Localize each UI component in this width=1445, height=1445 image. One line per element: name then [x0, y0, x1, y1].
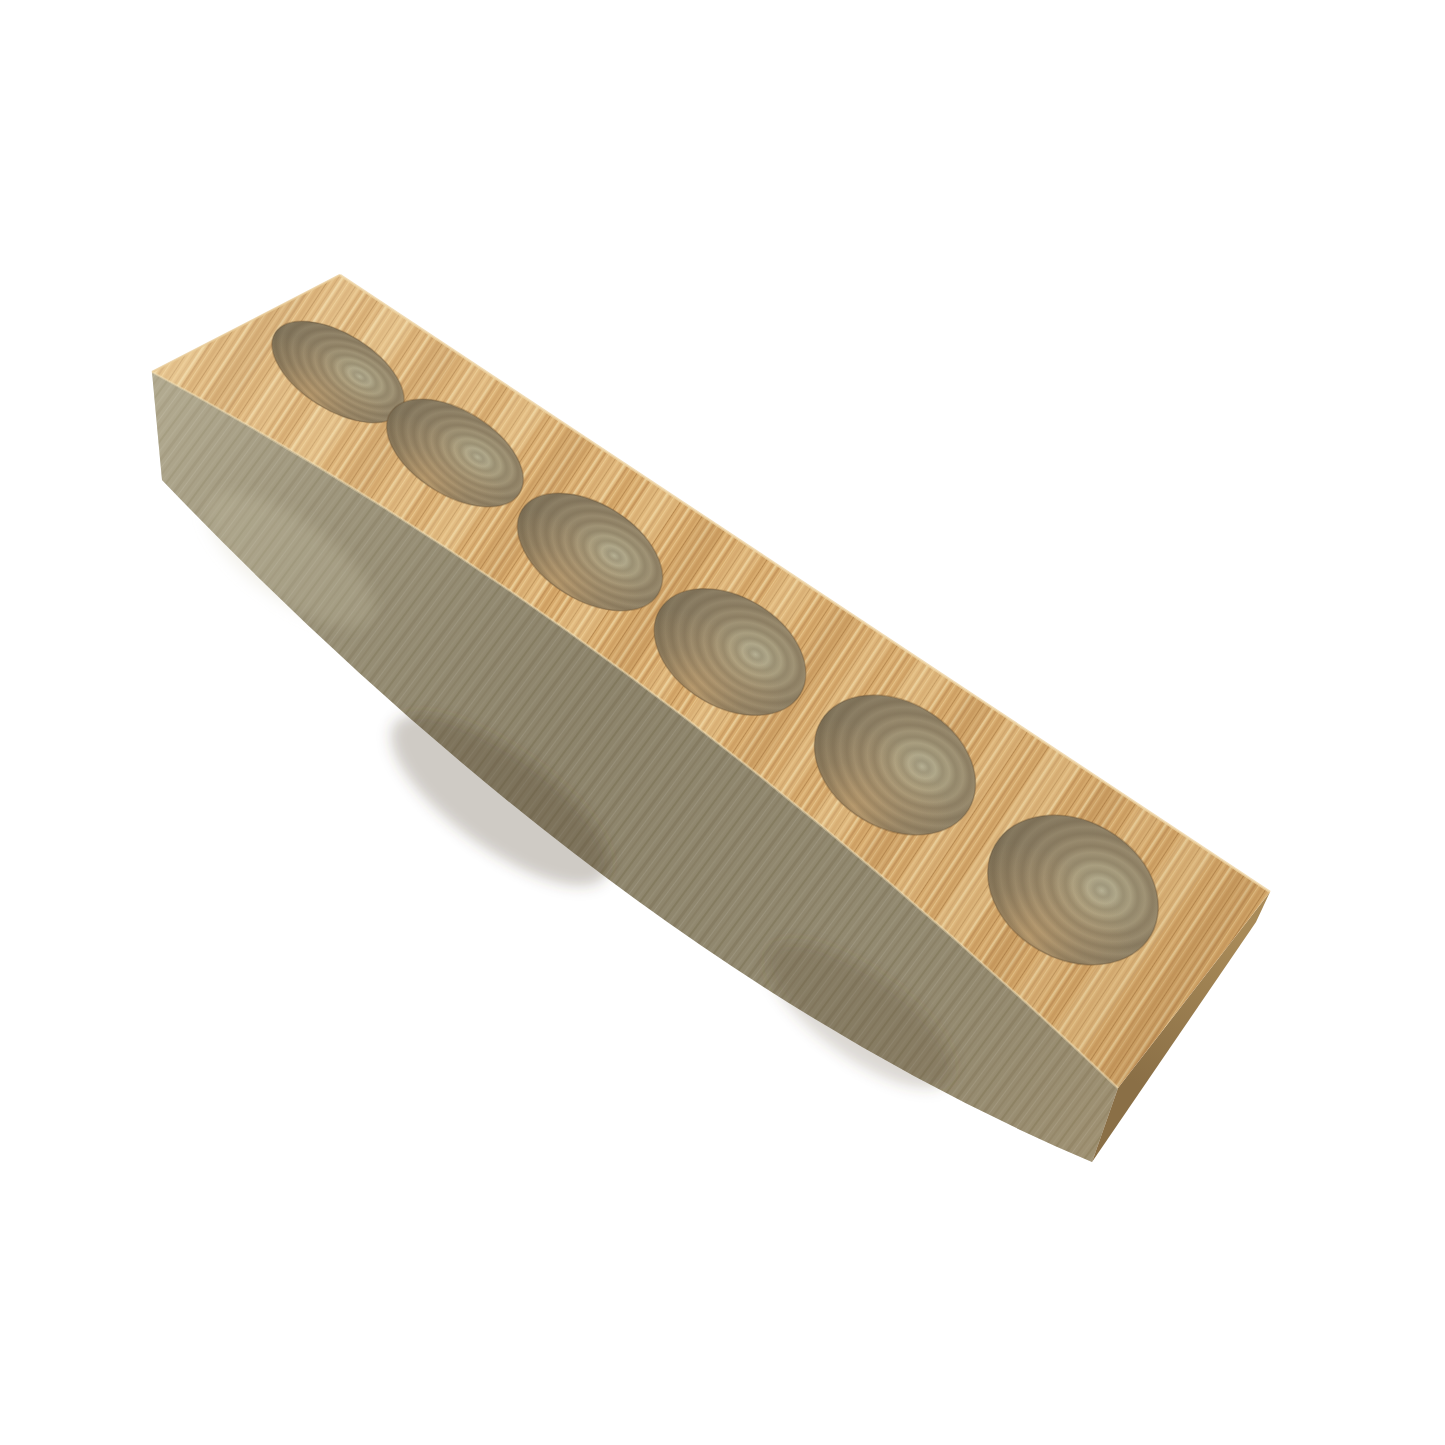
- product-photo: Wooden mancala board — single row of six…: [0, 0, 1445, 1445]
- mancala-board-photo: Wooden mancala board — single row of six…: [0, 0, 1445, 1445]
